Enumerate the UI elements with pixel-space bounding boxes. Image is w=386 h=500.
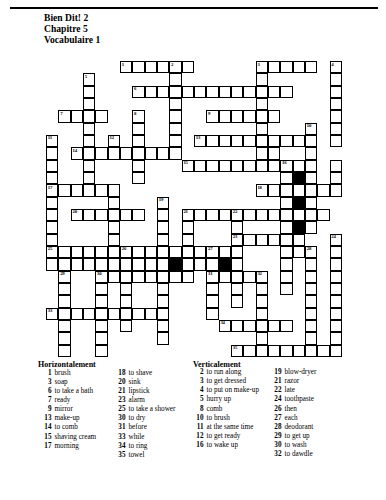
cell-r21-c6[interactable] [120,320,132,332]
cell-r2-c17[interactable] [256,86,268,98]
cell-r2-c15[interactable] [231,86,243,98]
cell-r3-c3[interactable] [83,98,95,110]
cell-r6-c21[interactable] [305,135,317,147]
cell-r8-c13[interactable] [206,160,218,172]
cell-r0-c17[interactable]: 3 [256,61,268,73]
cell-r16-c7[interactable] [132,258,144,270]
cell-r6-c14[interactable] [219,135,231,147]
cell-r8-c11[interactable]: 15 [182,160,194,172]
cell-r8-c19[interactable]: 16 [280,160,292,172]
cell-r15-c6[interactable]: 26 [120,246,132,258]
cell-r15-c10[interactable] [169,246,181,258]
cell-r4-c4[interactable] [95,110,107,122]
void [71,73,83,85]
cell-r23-c20[interactable] [293,345,305,357]
cell-r5-c21[interactable]: 10 [305,123,317,135]
cell-r12-c11[interactable]: 21 [182,209,194,221]
cell-r16-c2[interactable] [71,258,83,270]
cell-r6-c0[interactable]: 11 [46,135,58,147]
cell-r2-c9[interactable] [157,86,169,98]
cell-r2-c16[interactable] [243,86,255,98]
cell-r15-c5[interactable] [108,246,120,258]
cell-r4-c10[interactable] [169,110,181,122]
cell-r4-c2[interactable] [71,110,83,122]
cell-r12-c14[interactable] [219,209,231,221]
cell-r12-c18[interactable] [268,209,280,221]
cell-r13-c15[interactable] [231,221,243,233]
cell-r9-c23[interactable] [330,172,342,184]
cell-r14-c18[interactable] [268,234,280,246]
cell-r7-c21[interactable] [305,147,317,159]
cell-r12-c21[interactable] [305,209,317,221]
cell-r18-c19[interactable] [280,283,292,295]
cell-r13-c11[interactable] [182,221,194,233]
cell-r20-c4[interactable] [95,308,107,320]
void [71,320,83,332]
cell-r6-c12[interactable]: 13 [194,135,206,147]
cell-r15-c7[interactable] [132,246,144,258]
cell-r8-c15[interactable] [231,160,243,172]
cell-r16-c23[interactable] [330,258,342,270]
cell-r16-c12[interactable] [194,258,206,270]
cell-r20-c1[interactable] [58,308,70,320]
cell-r0-c6[interactable]: 1 [120,61,132,73]
cell-r8-c17[interactable] [256,160,268,172]
cell-r12-c9[interactable] [157,209,169,221]
cell-r23-c15[interactable]: 35 [231,345,243,357]
void [219,123,231,135]
void [293,73,305,85]
cell-r4-c14[interactable] [219,110,231,122]
clue-item-number: 22 [268,386,282,395]
cell-r10-c1[interactable] [58,184,70,196]
cell-r15-c23[interactable] [330,246,342,258]
cell-r2-c19[interactable] [280,86,292,98]
cell-r13-c9[interactable] [157,221,169,233]
cell-r17-c14[interactable] [219,271,231,283]
cell-r9-c21[interactable] [305,172,317,184]
cell-r19-c13[interactable] [206,295,218,307]
cell-r1-c23[interactable] [330,73,342,85]
cell-r21-c23[interactable] [330,320,342,332]
clue-item-13: 13make-up [38,414,96,423]
cell-r17-c4[interactable]: 30 [95,271,107,283]
cell-r17-c5[interactable] [108,271,120,283]
void [169,160,181,172]
cell-r8-c7[interactable] [132,160,144,172]
cell-r6-c16[interactable] [243,135,255,147]
cell-r18-c15[interactable] [231,283,243,295]
cell-r2-c11[interactable] [182,86,194,98]
cell-r5-c17[interactable] [256,123,268,135]
cell-r2-c7[interactable]: 6 [132,86,144,98]
cell-r17-c8[interactable] [145,271,157,283]
cell-r19-c17[interactable] [256,295,268,307]
cell-r18-c23[interactable] [330,283,342,295]
cell-r2-c8[interactable] [145,86,157,98]
cell-r15-c14[interactable] [219,246,231,258]
cell-r14-c5[interactable] [108,234,120,246]
cell-r12-c17[interactable] [256,209,268,221]
cell-r16-c8[interactable] [145,258,157,270]
cell-r12-c12[interactable] [194,209,206,221]
cell-r0-c8[interactable] [145,61,157,73]
cell-r14-c20[interactable] [293,234,305,246]
cell-r6-c5[interactable]: 12 [108,135,120,147]
void [169,197,181,209]
cell-r0-c18[interactable] [268,61,280,73]
cell-r15-c20[interactable] [293,246,305,258]
cell-r5-c23[interactable] [330,123,342,135]
cell-r23-c4[interactable] [95,345,107,357]
cell-r10-c18[interactable] [268,184,280,196]
cell-r7-c3[interactable] [83,147,95,159]
cell-r4-c7[interactable]: 8 [132,110,144,122]
cell-r4-c17[interactable] [256,110,268,122]
cell-r8-c16[interactable] [243,160,255,172]
cell-r14-c0[interactable] [46,234,58,246]
cell-r5-c3[interactable] [83,123,95,135]
cell-r7-c0[interactable] [46,147,58,159]
void [317,98,329,110]
cell-r19-c1[interactable] [58,295,70,307]
void [58,160,70,172]
cell-r6-c23[interactable] [330,135,342,147]
cell-r5-c7[interactable] [132,123,144,135]
cell-r14-c19[interactable] [280,234,292,246]
cell-r0-c20[interactable] [293,61,305,73]
cell-r11-c5[interactable] [108,197,120,209]
cell-r6-c20[interactable] [293,135,305,147]
cell-r20-c9[interactable] [157,308,169,320]
cell-r14-c23[interactable]: 24 [330,234,342,246]
cell-r17-c15[interactable] [231,271,243,283]
cell-r8-c3[interactable] [83,160,95,172]
cell-r12-c15[interactable]: 22 [231,209,243,221]
void [83,234,95,246]
cell-r15-c8[interactable] [145,246,157,258]
cell-r23-c19[interactable] [280,345,292,357]
cell-r15-c0[interactable]: 25 [46,246,58,258]
cell-r2-c14[interactable] [219,86,231,98]
cell-r10-c0[interactable]: 17 [46,184,58,196]
cell-r2-c3[interactable] [83,86,95,98]
cell-r18-c17[interactable] [256,283,268,295]
cell-r18-c13[interactable] [206,283,218,295]
cell-r1-c10[interactable] [169,73,181,85]
cell-r20-c23[interactable] [330,308,342,320]
cell-r17-c23[interactable] [330,271,342,283]
cell-r7-c10[interactable] [169,147,181,159]
cell-r17-c13[interactable]: 31 [206,271,218,283]
cell-r16-c1[interactable] [58,258,70,270]
cell-r7-c8[interactable] [145,147,157,159]
cell-r12-c7[interactable] [132,209,144,221]
cell-r8-c23[interactable] [330,160,342,172]
cell-r6-c15[interactable] [231,135,243,147]
cell-r7-c5[interactable] [108,147,120,159]
cell-r22-c4[interactable] [95,332,107,344]
cell-r13-c21[interactable] [305,221,317,233]
cell-r11-c19[interactable] [280,197,292,209]
cell-r0-c21[interactable] [305,61,317,73]
cell-r1-c17[interactable] [256,73,268,85]
cell-r21-c15[interactable] [231,320,243,332]
cell-r22-c1[interactable] [58,332,70,344]
cell-r12-c2[interactable]: 20 [71,209,83,221]
cell-r12-c5[interactable] [108,209,120,221]
cell-r19-c23[interactable] [330,295,342,307]
cell-r8-c12[interactable] [194,160,206,172]
cell-r16-c13[interactable] [206,258,218,270]
cell-r21-c18[interactable] [268,320,280,332]
cell-r7-c6[interactable] [120,147,132,159]
cell-r19-c6[interactable] [120,295,132,307]
cell-r7-c17[interactable] [256,147,268,159]
cell-r6-c3[interactable] [83,135,95,147]
cell-r0-c23[interactable]: 4 [330,61,342,73]
cell-r12-c16[interactable] [243,209,255,221]
cell-r18-c21[interactable] [305,283,317,295]
cell-r12-c0[interactable] [46,209,58,221]
cell-r8-c20[interactable] [293,160,305,172]
cell-r16-c9[interactable] [157,258,169,270]
cell-r23-c17[interactable] [256,345,268,357]
cell-r20-c0[interactable]: 33 [46,308,58,320]
cell-r10-c20[interactable] [293,184,305,196]
cell-r12-c4[interactable] [95,209,107,221]
cell-r10-c21[interactable] [305,184,317,196]
cell-r15-c15[interactable] [231,246,243,258]
cell-r15-c1[interactable] [58,246,70,258]
cell-r12-c20[interactable] [293,209,305,221]
cell-r19-c4[interactable] [95,295,107,307]
cell-r10-c17[interactable]: 18 [256,184,268,196]
cell-r22-c23[interactable] [330,332,342,344]
cell-r11-c9[interactable]: 19 [157,197,169,209]
cell-r7-c9[interactable] [157,147,169,159]
cell-r11-c0[interactable] [46,197,58,209]
cell-r6-c19[interactable] [280,135,292,147]
cell-r0-c7[interactable] [132,61,144,73]
cell-r21-c19[interactable] [280,320,292,332]
cell-r5-c10[interactable] [169,123,181,135]
cell-r13-c5[interactable] [108,221,120,233]
cell-r19-c15[interactable] [231,295,243,307]
cell-r18-c9[interactable] [157,283,169,295]
cell-r23-c16[interactable] [243,345,255,357]
cell-r2-c10[interactable] [169,86,181,98]
cell-r17-c11[interactable] [182,271,194,283]
cell-r17-c1[interactable]: 29 [58,271,70,283]
cell-r9-c19[interactable] [280,172,292,184]
cell-r17-c21[interactable] [305,271,317,283]
cell-r16-c4[interactable] [95,258,107,270]
cell-r0-c11[interactable] [182,61,194,73]
cell-r15-c9[interactable] [157,246,169,258]
clue-item-14: 14to comb [38,423,96,432]
cell-r17-c7[interactable] [132,271,144,283]
cell-r10-c3[interactable] [83,184,95,196]
cell-r4-c13[interactable]: 9 [206,110,218,122]
cell-r10-c5[interactable] [108,184,120,196]
cell-r14-c16[interactable] [243,234,255,246]
cell-r13-c19[interactable] [280,221,292,233]
clue-item-number: 27 [268,414,282,423]
clue-number-33: 33 [48,308,52,314]
cell-r20-c7[interactable] [132,308,144,320]
cell-r3-c23[interactable] [330,98,342,110]
cell-r9-c7[interactable] [132,172,144,184]
cell-r4-c23[interactable] [330,110,342,122]
cell-r17-c16[interactable] [243,271,255,283]
cell-r16-c15[interactable] [231,258,243,270]
cell-r10-c22[interactable] [317,184,329,196]
cell-r17-c17[interactable]: 32 [256,271,268,283]
cell-r15-c11[interactable] [182,246,194,258]
cell-r10-c19[interactable] [280,184,292,196]
cell-r14-c15[interactable]: 23 [231,234,243,246]
cell-r20-c21[interactable] [305,308,317,320]
cell-r7-c7[interactable] [132,147,144,159]
cell-r4-c3[interactable] [83,110,95,122]
cell-r16-c3[interactable] [83,258,95,270]
cell-r20-c17[interactable] [256,308,268,320]
cell-r4-c1[interactable]: 7 [58,110,70,122]
cell-r15-c2[interactable] [71,246,83,258]
void [194,332,206,344]
void [280,110,292,122]
cell-r4-c16[interactable] [243,110,255,122]
cell-r6-c13[interactable] [206,135,218,147]
cell-r15-c19[interactable] [280,246,292,258]
cell-r17-c9[interactable] [157,271,169,283]
cell-r8-c18[interactable] [268,160,280,172]
cell-r17-c6[interactable] [120,271,132,283]
cell-r20-c6[interactable] [120,308,132,320]
void [120,135,132,147]
cell-r0-c19[interactable] [280,61,292,73]
cell-r18-c6[interactable] [120,283,132,295]
cell-r20-c13[interactable] [206,308,218,320]
cell-r19-c21[interactable] [305,295,317,307]
cell-r21-c9[interactable] [157,320,169,332]
cell-r17-c10[interactable] [169,271,181,283]
cell-r23-c18[interactable] [268,345,280,357]
cell-r9-c3[interactable] [83,172,95,184]
cell-r21-c14[interactable]: 34 [219,320,231,332]
cell-r10-c2[interactable] [71,184,83,196]
cell-r21-c21[interactable] [305,320,317,332]
cell-r6-c7[interactable] [132,135,144,147]
cell-r9-c0[interactable] [46,172,58,184]
cell-r12-c19[interactable] [280,209,292,221]
cell-r16-c11[interactable] [182,258,194,270]
cell-r1-c3[interactable]: 5 [83,73,95,85]
cell-r3-c17[interactable] [256,98,268,110]
cell-r16-c6[interactable] [120,258,132,270]
cell-r18-c4[interactable] [95,283,107,295]
worksheet-page: Bien Dit! 2 Chapitre 5 Vocabulaire 1 123… [0,0,386,500]
void [145,184,157,196]
cell-r2-c18[interactable] [268,86,280,98]
cell-r15-c13[interactable]: 27 [206,246,218,258]
cell-r7-c4[interactable] [95,147,107,159]
cell-r21-c4[interactable] [95,320,107,332]
cell-r17-c19[interactable] [280,271,292,283]
cell-r14-c17[interactable] [256,234,268,246]
cell-r13-c0[interactable] [46,221,58,233]
cell-r0-c9[interactable] [157,61,169,73]
cell-r2-c13[interactable] [206,86,218,98]
cell-r8-c21[interactable] [305,160,317,172]
cell-r15-c12[interactable] [194,246,206,258]
cell-r14-c11[interactable] [182,234,194,246]
cell-r16-c19[interactable] [280,258,292,270]
cell-r20-c3[interactable] [83,308,95,320]
cell-r0-c10[interactable]: 2 [169,61,181,73]
cell-r21-c1[interactable] [58,320,70,332]
void [145,160,157,172]
cell-r11-c21[interactable] [305,197,317,209]
cell-r20-c8[interactable] [145,308,157,320]
void [46,110,58,122]
cell-r12-c6[interactable] [120,209,132,221]
cell-r6-c17[interactable] [256,135,268,147]
void [71,172,83,184]
cell-r15-c4[interactable] [95,246,107,258]
cell-r19-c9[interactable] [157,295,169,307]
cell-r20-c5[interactable] [108,308,120,320]
cell-r15-c21[interactable]: 28 [305,246,317,258]
cell-r23-c22[interactable] [317,345,329,357]
cell-r6-c18[interactable] [268,135,280,147]
cell-r23-c1[interactable] [58,345,70,357]
cell-r23-c23[interactable] [330,345,342,357]
cell-r7-c2[interactable]: 14 [71,147,83,159]
cell-r16-c21[interactable] [305,258,317,270]
cell-r16-c5[interactable] [108,258,120,270]
cell-r16-c0[interactable] [46,258,58,270]
cell-r12-c3[interactable] [83,209,95,221]
cell-r8-c14[interactable] [219,160,231,172]
clue-item-3: 3to get dressed [190,377,259,386]
cell-r10-c23[interactable] [330,184,342,196]
cell-r22-c17[interactable] [256,332,268,344]
cell-r2-c12[interactable] [194,86,206,98]
cell-r4-c15[interactable] [231,110,243,122]
cell-r21-c16[interactable] [243,320,255,332]
cell-r3-c10[interactable] [169,98,181,110]
cell-r22-c21[interactable] [305,332,317,344]
void [293,320,305,332]
cell-r12-c22[interactable] [317,209,329,221]
cell-r7-c18[interactable] [268,147,280,159]
cell-r15-c3[interactable] [83,246,95,258]
cell-r10-c4[interactable] [95,184,107,196]
cell-r20-c2[interactable] [71,308,83,320]
cell-r21-c17[interactable] [256,320,268,332]
cell-r4-c18[interactable] [268,110,280,122]
cell-r22-c9[interactable] [157,332,169,344]
cell-r18-c1[interactable] [58,283,70,295]
cell-r8-c0[interactable] [46,160,58,172]
cell-r14-c9[interactable] [157,234,169,246]
cell-r6-c10[interactable] [169,135,181,147]
cell-r12-c13[interactable] [206,209,218,221]
cell-r23-c21[interactable] [305,345,317,357]
cell-r2-c23[interactable] [330,86,342,98]
